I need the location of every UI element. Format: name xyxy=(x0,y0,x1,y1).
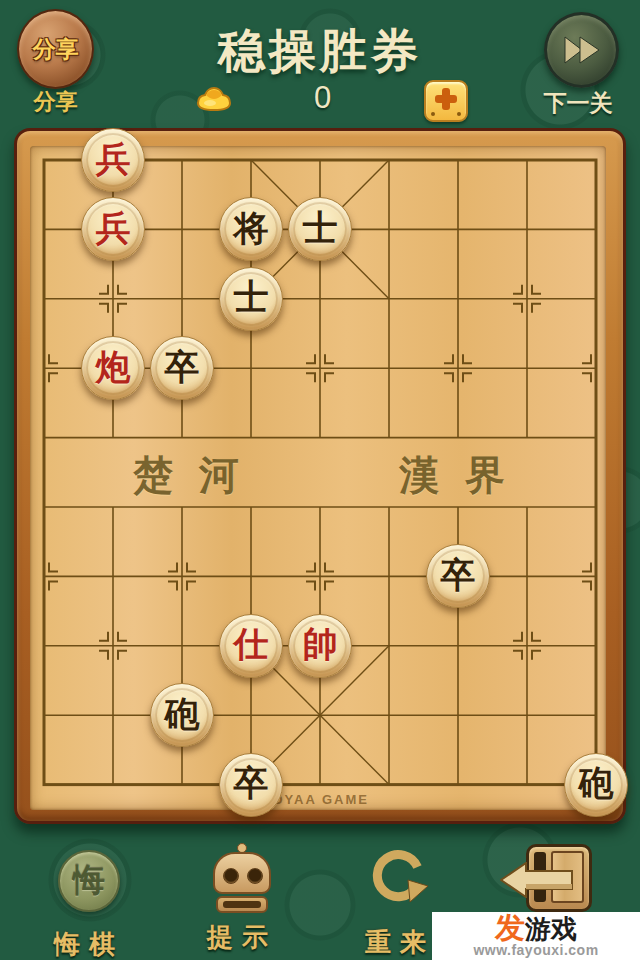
plus-dot xyxy=(457,112,461,116)
restart-button[interactable]: 重来 xyxy=(372,848,428,908)
share-button-label: 分享 xyxy=(33,34,79,65)
board-point: 炮 xyxy=(79,333,148,402)
exit-arrow-icon xyxy=(500,862,576,898)
refresh-icon xyxy=(372,848,428,906)
app-screen: 分享 分享 稳操胜券 0 下一关 楚河 漢界 BOYAA GAME 兵兵将士士炮… xyxy=(0,0,640,960)
undo-button[interactable]: 悔 悔棋 xyxy=(58,850,120,912)
piece-red-general[interactable]: 帥 xyxy=(288,614,352,678)
coin-count: 0 xyxy=(285,80,360,116)
piece-red-soldier[interactable]: 兵 xyxy=(81,128,145,192)
piece-black-cannon[interactable]: 砲 xyxy=(150,683,214,747)
undo-caption: 悔棋 xyxy=(54,927,124,960)
board-point: 砲 xyxy=(148,680,217,749)
watermark-url: www.fayouxi.com xyxy=(473,943,598,958)
page-title: 稳操胜券 xyxy=(110,20,530,83)
undo-coin-icon: 悔 xyxy=(58,850,120,912)
board-surface: 楚河 漢界 BOYAA GAME 兵兵将士士炮卒卒仕帥砲卒砲 xyxy=(30,146,606,810)
share-caption: 分享 xyxy=(8,87,103,117)
xiangqi-board: 楚河 漢界 BOYAA GAME 兵兵将士士炮卒卒仕帥砲卒砲 xyxy=(14,128,626,824)
gold-ingot-icon xyxy=(196,84,232,114)
board-point: 帥 xyxy=(286,611,355,680)
board-point: 士 xyxy=(217,264,286,333)
share-button[interactable]: 分享 xyxy=(17,9,94,89)
restart-caption: 重来 xyxy=(365,925,435,960)
board-point: 卒 xyxy=(148,333,217,402)
board-point: 兵 xyxy=(79,125,148,194)
watermark-logo-rest: 游戏 xyxy=(525,916,577,942)
piece-red-soldier[interactable]: 兵 xyxy=(81,197,145,261)
board-point: 卒 xyxy=(424,542,493,611)
piece-red-cannon[interactable]: 炮 xyxy=(81,336,145,400)
board-point: 士 xyxy=(286,195,355,264)
board-point: 仕 xyxy=(217,611,286,680)
piece-red-advisor[interactable]: 仕 xyxy=(219,614,283,678)
board-point: 砲 xyxy=(562,750,631,819)
piece-layer: 兵兵将士士炮卒卒仕帥砲卒砲 xyxy=(10,125,631,819)
board-point: 兵 xyxy=(79,195,148,264)
next-level-caption: 下一关 xyxy=(528,88,628,119)
piece-black-general[interactable]: 将 xyxy=(219,197,283,261)
hint-caption: 提示 xyxy=(207,920,277,955)
piece-black-advisor[interactable]: 士 xyxy=(288,197,352,261)
piece-black-advisor[interactable]: 士 xyxy=(219,267,283,331)
piece-black-cannon[interactable]: 砲 xyxy=(564,753,628,817)
board-point: 将 xyxy=(217,195,286,264)
next-level-button[interactable] xyxy=(544,12,619,88)
undo-coin-char: 悔 xyxy=(73,859,105,903)
watermark-logo-accent: 发 xyxy=(495,913,525,943)
hint-button[interactable]: 提示 xyxy=(212,843,272,913)
piece-black-soldier[interactable]: 卒 xyxy=(426,544,490,608)
piece-black-soldier[interactable]: 卒 xyxy=(219,753,283,817)
add-coins-button[interactable] xyxy=(424,80,468,122)
fast-forward-icon xyxy=(562,35,602,65)
plus-dot xyxy=(431,112,435,116)
watermark: 发 游戏 www.fayouxi.com xyxy=(432,912,640,960)
board-point: 卒 xyxy=(217,750,286,819)
piece-black-soldier[interactable]: 卒 xyxy=(150,336,214,400)
exit-button[interactable] xyxy=(500,840,610,918)
plus-icon xyxy=(435,88,457,110)
